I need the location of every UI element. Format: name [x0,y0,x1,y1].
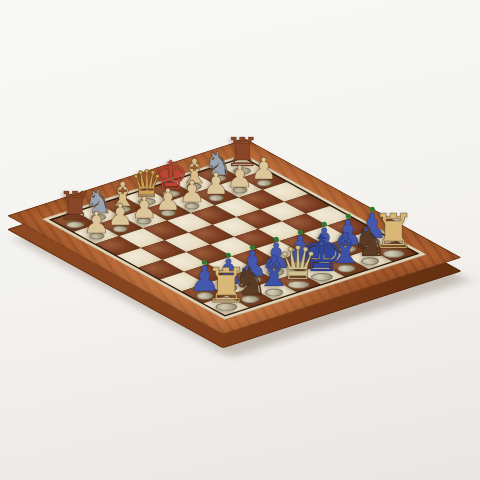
white-pawn-glyph: ♟ [227,163,254,191]
white-pawn-glyph: ♟ [203,171,230,199]
white-pawn-a2[interactable]: ♟ [83,209,110,240]
white-pawn-glyph: ♟ [83,209,110,237]
white-pawn-b2[interactable]: ♟ [107,202,134,233]
white-pawn-g2[interactable]: ♟ [227,163,254,194]
white-pawn-h2[interactable]: ♟ [250,155,277,186]
white-pawn-f2[interactable]: ♟ [203,171,230,202]
white-pawn-glyph: ♟ [131,194,158,222]
white-pawn-e2[interactable]: ♟ [179,179,206,210]
black-rook-glyph: ♜ [205,263,248,307]
saracen-pawn-turban-tip [345,214,350,219]
white-pawn-c2[interactable]: ♟ [131,194,158,225]
white-pawn-glyph: ♟ [107,202,134,230]
white-pawn-glyph: ♟ [250,155,277,183]
white-pawn-glyph: ♟ [179,179,206,207]
product-photo-stage: ♜♞♝♛♚♝♞♜♟♟♟♟♟♟♟♟♟♟♟♟♟♟♟♟♜♞♝♛♚♝♞♜ [0,0,480,480]
white-pawn-glyph: ♟ [155,186,182,214]
saracen-pawn-turban-tip [250,245,255,250]
black-rook-a8[interactable]: ♜ [205,263,248,311]
white-pawn-d2[interactable]: ♟ [155,186,182,217]
